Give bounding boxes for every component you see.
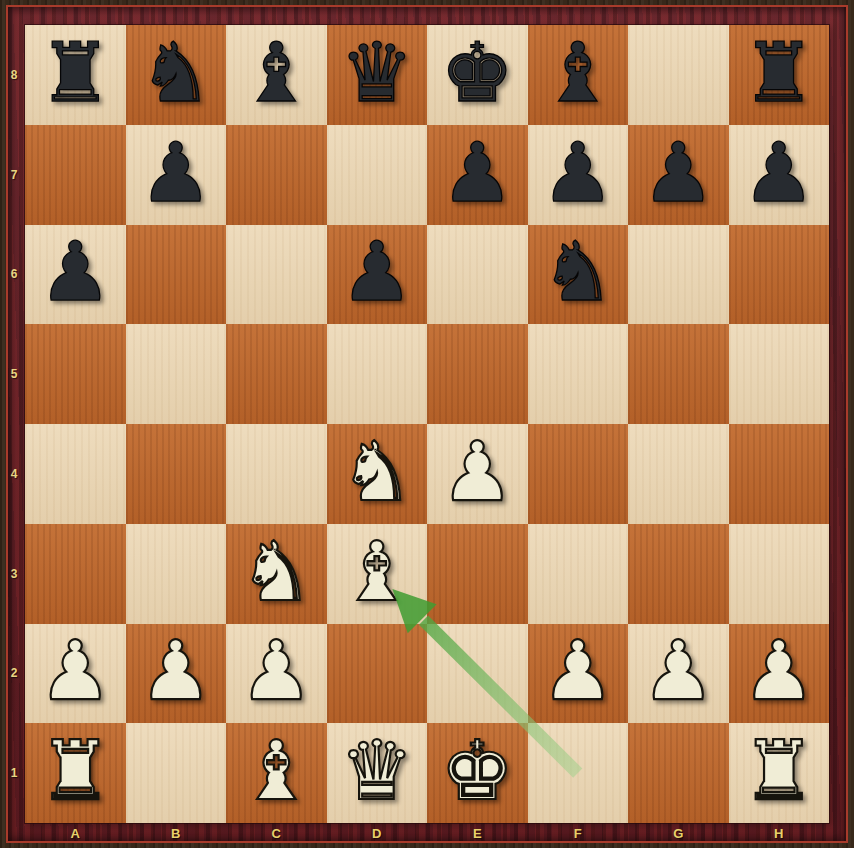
square-a1[interactable]: ♜ (25, 723, 126, 823)
piece-white-pawn[interactable]: ♟ (742, 630, 816, 712)
file-label-g: G (667, 827, 689, 841)
square-b6[interactable] (126, 225, 227, 325)
square-d8[interactable]: ♛ (327, 25, 428, 125)
piece-black-rook[interactable]: ♜ (742, 32, 816, 114)
square-c4[interactable] (226, 424, 327, 524)
piece-white-king[interactable]: ♚ (440, 730, 514, 812)
square-h2[interactable]: ♟ (729, 624, 830, 724)
square-f8[interactable]: ♝ (528, 25, 629, 125)
piece-black-bishop[interactable]: ♝ (541, 32, 615, 114)
square-f1[interactable] (528, 723, 629, 823)
square-b5[interactable] (126, 324, 227, 424)
square-a3[interactable] (25, 524, 126, 624)
square-e8[interactable]: ♚ (427, 25, 528, 125)
file-label-f: F (567, 827, 589, 841)
square-h4[interactable] (729, 424, 830, 524)
square-d7[interactable] (327, 125, 428, 225)
square-c8[interactable]: ♝ (226, 25, 327, 125)
square-e3[interactable] (427, 524, 528, 624)
square-b2[interactable]: ♟ (126, 624, 227, 724)
piece-white-rook[interactable]: ♜ (742, 730, 816, 812)
square-e7[interactable]: ♟ (427, 125, 528, 225)
square-g4[interactable] (628, 424, 729, 524)
file-label-e: E (466, 827, 488, 841)
square-b8[interactable]: ♞ (126, 25, 227, 125)
square-b7[interactable]: ♟ (126, 125, 227, 225)
square-d1[interactable]: ♛ (327, 723, 428, 823)
square-a6[interactable]: ♟ (25, 225, 126, 325)
file-label-c: C (265, 827, 287, 841)
square-h7[interactable]: ♟ (729, 125, 830, 225)
piece-black-pawn[interactable]: ♟ (38, 231, 112, 313)
square-g5[interactable] (628, 324, 729, 424)
square-e4[interactable]: ♟ (427, 424, 528, 524)
piece-white-bishop[interactable]: ♝ (239, 730, 313, 812)
rank-label-1: 1 (5, 766, 23, 780)
rank-label-8: 8 (5, 68, 23, 82)
square-b4[interactable] (126, 424, 227, 524)
file-label-b: B (165, 827, 187, 841)
piece-white-pawn[interactable]: ♟ (239, 630, 313, 712)
square-a2[interactable]: ♟ (25, 624, 126, 724)
square-d6[interactable]: ♟ (327, 225, 428, 325)
rank-label-3: 3 (5, 567, 23, 581)
piece-white-pawn[interactable]: ♟ (139, 630, 213, 712)
square-d5[interactable] (327, 324, 428, 424)
square-e6[interactable] (427, 225, 528, 325)
square-d2[interactable] (327, 624, 428, 724)
piece-black-bishop[interactable]: ♝ (239, 32, 313, 114)
square-b3[interactable] (126, 524, 227, 624)
square-g2[interactable]: ♟ (628, 624, 729, 724)
square-e1[interactable]: ♚ (427, 723, 528, 823)
square-c1[interactable]: ♝ (226, 723, 327, 823)
piece-black-rook[interactable]: ♜ (38, 32, 112, 114)
piece-white-pawn[interactable]: ♟ (641, 630, 715, 712)
square-a5[interactable] (25, 324, 126, 424)
square-g3[interactable] (628, 524, 729, 624)
rank-label-6: 6 (5, 267, 23, 281)
square-g6[interactable] (628, 225, 729, 325)
square-a4[interactable] (25, 424, 126, 524)
square-e5[interactable] (427, 324, 528, 424)
piece-black-queen[interactable]: ♛ (340, 32, 414, 114)
piece-black-pawn[interactable]: ♟ (139, 132, 213, 214)
chess-board[interactable]: ♜♞♝♛♚♝♜♟♟♟♟♟♟♟♞♞♟♞♝♟♟♟♟♟♟♜♝♛♚♜ (25, 25, 829, 823)
piece-white-pawn[interactable]: ♟ (38, 630, 112, 712)
chess-app-window: ♜♞♝♛♚♝♜♟♟♟♟♟♟♟♞♞♟♞♝♟♟♟♟♟♟♜♝♛♚♜ 87654321A… (0, 0, 854, 848)
square-h8[interactable]: ♜ (729, 25, 830, 125)
square-f5[interactable] (528, 324, 629, 424)
square-g8[interactable] (628, 25, 729, 125)
square-h5[interactable] (729, 324, 830, 424)
piece-black-king[interactable]: ♚ (440, 32, 514, 114)
square-g7[interactable]: ♟ (628, 125, 729, 225)
rank-label-2: 2 (5, 666, 23, 680)
square-f6[interactable]: ♞ (528, 225, 629, 325)
piece-white-pawn[interactable]: ♟ (541, 630, 615, 712)
square-f3[interactable] (528, 524, 629, 624)
file-label-d: D (366, 827, 388, 841)
piece-white-pawn[interactable]: ♟ (440, 431, 514, 513)
piece-white-queen[interactable]: ♛ (340, 730, 414, 812)
piece-black-pawn[interactable]: ♟ (641, 132, 715, 214)
square-h6[interactable] (729, 225, 830, 325)
square-f2[interactable]: ♟ (528, 624, 629, 724)
file-label-a: A (64, 827, 86, 841)
square-d3[interactable]: ♝ (327, 524, 428, 624)
square-e2[interactable] (427, 624, 528, 724)
piece-black-pawn[interactable]: ♟ (541, 132, 615, 214)
piece-black-knight[interactable]: ♞ (139, 32, 213, 114)
square-a8[interactable]: ♜ (25, 25, 126, 125)
piece-black-knight[interactable]: ♞ (541, 231, 615, 313)
piece-white-bishop[interactable]: ♝ (340, 531, 414, 613)
square-h3[interactable] (729, 524, 830, 624)
rank-label-5: 5 (5, 367, 23, 381)
piece-black-pawn[interactable]: ♟ (440, 132, 514, 214)
square-d4[interactable]: ♞ (327, 424, 428, 524)
square-f4[interactable] (528, 424, 629, 524)
square-c3[interactable]: ♞ (226, 524, 327, 624)
piece-black-pawn[interactable]: ♟ (340, 231, 414, 313)
square-h1[interactable]: ♜ (729, 723, 830, 823)
piece-white-knight[interactable]: ♞ (239, 531, 313, 613)
rank-label-7: 7 (5, 168, 23, 182)
square-a7[interactable] (25, 125, 126, 225)
square-c5[interactable] (226, 324, 327, 424)
square-c2[interactable]: ♟ (226, 624, 327, 724)
piece-white-knight[interactable]: ♞ (340, 431, 414, 513)
piece-white-rook[interactable]: ♜ (38, 730, 112, 812)
square-c7[interactable] (226, 125, 327, 225)
square-c6[interactable] (226, 225, 327, 325)
square-g1[interactable] (628, 723, 729, 823)
square-b1[interactable] (126, 723, 227, 823)
square-f7[interactable]: ♟ (528, 125, 629, 225)
rank-label-4: 4 (5, 467, 23, 481)
piece-black-pawn[interactable]: ♟ (742, 132, 816, 214)
file-label-h: H (768, 827, 790, 841)
